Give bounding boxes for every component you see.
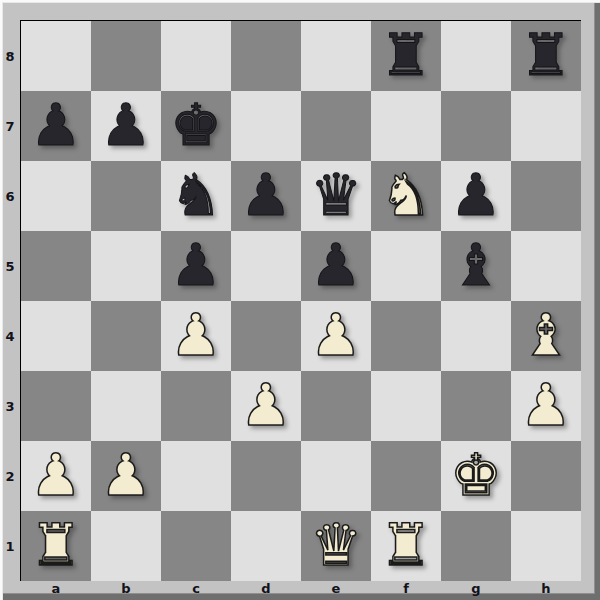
piece-black-king[interactable]: ♚ xyxy=(161,91,231,161)
rank-label-7: 7 xyxy=(0,91,20,161)
square-h1[interactable] xyxy=(511,511,581,581)
square-a5[interactable] xyxy=(21,231,91,301)
piece-white-pawn[interactable]: ♟ xyxy=(231,371,301,441)
square-d4[interactable] xyxy=(231,301,301,371)
rank-label-1: 1 xyxy=(0,511,20,581)
square-g1[interactable] xyxy=(441,511,511,581)
chess-board[interactable]: ♜♜♟♟♚♞♟♛♞♟♟♟♝♟♟♝♟♟♟♟♚♜♛♜ xyxy=(20,20,581,581)
square-f8[interactable]: ♜ xyxy=(371,21,441,91)
square-c1[interactable] xyxy=(161,511,231,581)
piece-black-rook[interactable]: ♜ xyxy=(511,21,581,91)
square-b3[interactable] xyxy=(91,371,161,441)
piece-white-pawn[interactable]: ♟ xyxy=(21,441,91,511)
rank-label-3: 3 xyxy=(0,371,20,441)
piece-black-pawn[interactable]: ♟ xyxy=(231,161,301,231)
square-a8[interactable] xyxy=(21,21,91,91)
square-e5[interactable]: ♟ xyxy=(301,231,371,301)
square-g5[interactable]: ♝ xyxy=(441,231,511,301)
square-d1[interactable] xyxy=(231,511,301,581)
square-b2[interactable]: ♟ xyxy=(91,441,161,511)
square-f4[interactable] xyxy=(371,301,441,371)
square-c3[interactable] xyxy=(161,371,231,441)
piece-black-pawn[interactable]: ♟ xyxy=(91,91,161,161)
piece-white-pawn[interactable]: ♟ xyxy=(301,301,371,371)
square-e4[interactable]: ♟ xyxy=(301,301,371,371)
square-g8[interactable] xyxy=(441,21,511,91)
file-label-a: a xyxy=(21,580,91,596)
square-d8[interactable] xyxy=(231,21,301,91)
file-label-e: e xyxy=(301,580,371,596)
square-h6[interactable] xyxy=(511,161,581,231)
square-c5[interactable]: ♟ xyxy=(161,231,231,301)
rank-label-2: 2 xyxy=(0,441,20,511)
file-label-c: c xyxy=(161,580,231,596)
square-g2[interactable]: ♚ xyxy=(441,441,511,511)
square-h2[interactable] xyxy=(511,441,581,511)
rank-label-4: 4 xyxy=(0,301,20,371)
piece-white-queen[interactable]: ♛ xyxy=(301,511,371,581)
square-e6[interactable]: ♛ xyxy=(301,161,371,231)
square-g6[interactable]: ♟ xyxy=(441,161,511,231)
square-e1[interactable]: ♛ xyxy=(301,511,371,581)
square-b1[interactable] xyxy=(91,511,161,581)
square-f7[interactable] xyxy=(371,91,441,161)
piece-black-queen[interactable]: ♛ xyxy=(301,161,371,231)
square-h5[interactable] xyxy=(511,231,581,301)
file-labels: abcdefgh xyxy=(21,580,581,596)
square-e8[interactable] xyxy=(301,21,371,91)
square-h3[interactable]: ♟ xyxy=(511,371,581,441)
square-f6[interactable]: ♞ xyxy=(371,161,441,231)
square-c4[interactable]: ♟ xyxy=(161,301,231,371)
square-f1[interactable]: ♜ xyxy=(371,511,441,581)
square-c6[interactable]: ♞ xyxy=(161,161,231,231)
square-b4[interactable] xyxy=(91,301,161,371)
piece-white-rook[interactable]: ♜ xyxy=(21,511,91,581)
rank-label-5: 5 xyxy=(0,231,20,301)
square-a4[interactable] xyxy=(21,301,91,371)
square-d2[interactable] xyxy=(231,441,301,511)
square-a7[interactable]: ♟ xyxy=(21,91,91,161)
piece-black-pawn[interactable]: ♟ xyxy=(21,91,91,161)
square-g4[interactable] xyxy=(441,301,511,371)
piece-black-pawn[interactable]: ♟ xyxy=(441,161,511,231)
piece-black-rook[interactable]: ♜ xyxy=(371,21,441,91)
square-e3[interactable] xyxy=(301,371,371,441)
file-label-g: g xyxy=(441,580,511,596)
piece-white-knight[interactable]: ♞ xyxy=(371,161,441,231)
piece-black-bishop[interactable]: ♝ xyxy=(441,231,511,301)
file-label-h: h xyxy=(511,580,581,596)
square-h7[interactable] xyxy=(511,91,581,161)
square-c2[interactable] xyxy=(161,441,231,511)
square-d7[interactable] xyxy=(231,91,301,161)
square-c7[interactable]: ♚ xyxy=(161,91,231,161)
square-e2[interactable] xyxy=(301,441,371,511)
square-b6[interactable] xyxy=(91,161,161,231)
square-g3[interactable] xyxy=(441,371,511,441)
square-b7[interactable]: ♟ xyxy=(91,91,161,161)
piece-white-pawn[interactable]: ♟ xyxy=(511,371,581,441)
square-a1[interactable]: ♜ xyxy=(21,511,91,581)
square-a6[interactable] xyxy=(21,161,91,231)
square-d3[interactable]: ♟ xyxy=(231,371,301,441)
rank-labels: 87654321 xyxy=(0,21,20,581)
file-label-f: f xyxy=(371,580,441,596)
piece-black-knight[interactable]: ♞ xyxy=(161,161,231,231)
file-label-b: b xyxy=(91,580,161,596)
square-d5[interactable] xyxy=(231,231,301,301)
square-g7[interactable] xyxy=(441,91,511,161)
square-c8[interactable] xyxy=(161,21,231,91)
square-f3[interactable] xyxy=(371,371,441,441)
square-e7[interactable] xyxy=(301,91,371,161)
piece-white-king[interactable]: ♚ xyxy=(441,441,511,511)
piece-white-bishop[interactable]: ♝ xyxy=(511,301,581,371)
piece-white-rook[interactable]: ♜ xyxy=(371,511,441,581)
square-d6[interactable]: ♟ xyxy=(231,161,301,231)
piece-white-pawn[interactable]: ♟ xyxy=(161,301,231,371)
square-f2[interactable] xyxy=(371,441,441,511)
square-a2[interactable]: ♟ xyxy=(21,441,91,511)
board-frame: 87654321 ♜♜♟♟♚♞♟♛♞♟♟♟♝♟♟♝♟♟♟♟♚♜♛♜ abcdef… xyxy=(0,0,600,600)
square-f5[interactable] xyxy=(371,231,441,301)
square-a3[interactable] xyxy=(21,371,91,441)
rank-label-6: 6 xyxy=(0,161,20,231)
square-b8[interactable] xyxy=(91,21,161,91)
square-h8[interactable]: ♜ xyxy=(511,21,581,91)
square-h4[interactable]: ♝ xyxy=(511,301,581,371)
piece-black-pawn[interactable]: ♟ xyxy=(301,231,371,301)
square-b5[interactable] xyxy=(91,231,161,301)
piece-white-pawn[interactable]: ♟ xyxy=(91,441,161,511)
piece-black-pawn[interactable]: ♟ xyxy=(161,231,231,301)
rank-label-8: 8 xyxy=(0,21,20,91)
file-label-d: d xyxy=(231,580,301,596)
